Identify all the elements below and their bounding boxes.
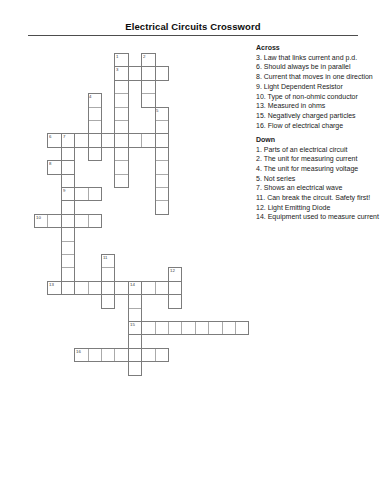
- clues-panel: Across 3. Law that links current and p.d…: [256, 43, 380, 222]
- crossword-cell[interactable]: [114, 174, 128, 188]
- crossword-cell[interactable]: [88, 348, 102, 362]
- across-clue: 6. Should always be in parallel: [256, 62, 380, 72]
- crossword-cell[interactable]: [61, 281, 75, 295]
- crossword-cell[interactable]: [155, 133, 169, 147]
- crossword-cell[interactable]: [141, 321, 155, 335]
- crossword-cell[interactable]: [74, 214, 88, 228]
- crossword-cell[interactable]: [155, 66, 169, 80]
- crossword-cell[interactable]: [61, 227, 75, 241]
- crossword-cell[interactable]: [155, 348, 169, 362]
- crossword-cell[interactable]: [128, 334, 142, 348]
- page-title: Electrical Circuits Crossword: [0, 21, 386, 32]
- worksheet-page: { "page": { "title": "Electrical Circuit…: [0, 0, 386, 500]
- crossword-cell[interactable]: [128, 308, 142, 322]
- title-underline: [28, 35, 358, 36]
- across-clues: 3. Law that links current and p.d.6. Sho…: [256, 53, 380, 131]
- crossword-cell[interactable]: [128, 348, 142, 362]
- across-clue: 9. Light Dependent Resistor: [256, 82, 380, 92]
- crossword-cell[interactable]: 16: [74, 348, 88, 362]
- crossword-cell[interactable]: [128, 133, 142, 147]
- crossword-cell[interactable]: 9: [61, 187, 75, 201]
- crossword-cell[interactable]: 14: [128, 281, 142, 295]
- crossword-cell[interactable]: [61, 241, 75, 255]
- cell-number: 7: [63, 134, 65, 138]
- down-clue: 14. Equipment used to measure current: [256, 212, 380, 222]
- crossword-cell[interactable]: 6: [47, 133, 61, 147]
- crossword-cell[interactable]: 15: [128, 321, 142, 335]
- crossword-cell[interactable]: [101, 133, 115, 147]
- crossword-cell[interactable]: [128, 294, 142, 308]
- down-clues: 1. Parts of an electrical circuit2. The …: [256, 145, 380, 223]
- crossword-cell[interactable]: [155, 147, 169, 161]
- down-clue: 7. Shows an electrical wave: [256, 183, 380, 193]
- across-clue: 8. Current that moves in one direction: [256, 72, 380, 82]
- cell-number: 10: [36, 215, 41, 219]
- cell-number: 8: [49, 161, 51, 165]
- crossword-cell[interactable]: [61, 147, 75, 161]
- crossword-cell[interactable]: [88, 147, 102, 161]
- down-heading: Down: [256, 135, 380, 145]
- crossword-cell[interactable]: 2: [141, 53, 155, 67]
- crossword-cell[interactable]: [101, 294, 115, 308]
- crossword-cell[interactable]: [74, 133, 88, 147]
- crossword-cell[interactable]: [114, 133, 128, 147]
- crossword-cell[interactable]: [141, 281, 155, 295]
- crossword-cell[interactable]: [128, 361, 142, 375]
- crossword-cell[interactable]: 7: [61, 133, 75, 147]
- crossword-cell[interactable]: [114, 281, 128, 295]
- crossword-cell[interactable]: [235, 321, 249, 335]
- cell-number: 13: [49, 282, 54, 286]
- cell-number: 16: [76, 349, 81, 353]
- cell-number: 4: [89, 94, 91, 98]
- crossword-cell[interactable]: [141, 66, 155, 80]
- crossword-cell[interactable]: [141, 348, 155, 362]
- crossword-cell[interactable]: [61, 267, 75, 281]
- crossword-cell[interactable]: [141, 133, 155, 147]
- crossword-cell[interactable]: [155, 200, 169, 214]
- crossword-cell[interactable]: [155, 160, 169, 174]
- crossword-cell[interactable]: 8: [47, 160, 61, 174]
- down-clue: 1. Parts of an electrical circuit: [256, 145, 380, 155]
- crossword-cell[interactable]: [168, 294, 182, 308]
- crossword-cell[interactable]: [181, 321, 195, 335]
- down-clue: 12. Light Emitting Diode: [256, 203, 380, 213]
- crossword-cell[interactable]: [155, 321, 169, 335]
- crossword-cell[interactable]: [88, 281, 102, 295]
- cell-number: 11: [103, 255, 107, 259]
- cell-number: 5: [156, 108, 158, 112]
- crossword-cell[interactable]: [195, 321, 209, 335]
- across-clue: 13. Measured in ohms: [256, 101, 380, 111]
- crossword-cell[interactable]: 4: [88, 93, 102, 107]
- crossword-cell[interactable]: [47, 214, 61, 228]
- crossword-cell[interactable]: [101, 281, 115, 295]
- across-clue: 3. Law that links current and p.d.: [256, 53, 380, 63]
- crossword-cell[interactable]: [61, 254, 75, 268]
- cell-number: 3: [116, 67, 118, 71]
- crossword-cell[interactable]: [61, 200, 75, 214]
- crossword-cell[interactable]: [114, 348, 128, 362]
- crossword-cell[interactable]: [61, 214, 75, 228]
- down-clue: 5. Not series: [256, 174, 380, 184]
- crossword-cell[interactable]: 3: [114, 66, 128, 80]
- cell-number: 1: [116, 54, 118, 58]
- crossword-cell[interactable]: [88, 133, 102, 147]
- crossword-cell[interactable]: [155, 281, 169, 295]
- crossword-cell[interactable]: 10: [34, 214, 48, 228]
- crossword-cell[interactable]: [101, 267, 115, 281]
- crossword-grid: 12345678910111213141516: [34, 53, 250, 376]
- crossword-cell[interactable]: [141, 80, 155, 94]
- across-clue: 10. Type of non-ohmic conductor: [256, 92, 380, 102]
- crossword-cell[interactable]: [61, 174, 75, 188]
- crossword-cell[interactable]: [88, 107, 102, 121]
- crossword-cell[interactable]: [168, 281, 182, 295]
- cell-number: 9: [63, 188, 65, 192]
- cell-number: 15: [130, 322, 135, 326]
- down-clue: 2. The unit for measuring current: [256, 154, 380, 164]
- cell-number: 12: [170, 268, 175, 272]
- crossword-cell[interactable]: 13: [47, 281, 61, 295]
- crossword-cell[interactable]: [141, 93, 155, 107]
- across-clue: 16. Flow of electrical charge: [256, 121, 380, 131]
- down-clue: 4. The unit for measuring voltage: [256, 164, 380, 174]
- crossword-cell[interactable]: [155, 187, 169, 201]
- crossword-cell[interactable]: [128, 66, 142, 80]
- crossword-cell[interactable]: [168, 321, 182, 335]
- crossword-cell[interactable]: [88, 214, 102, 228]
- crossword-cell[interactable]: [114, 107, 128, 121]
- down-clue: 11. Can break the circuit. Safety first!: [256, 193, 380, 203]
- cell-number: 6: [49, 134, 51, 138]
- cell-number: 2: [143, 54, 145, 58]
- crossword-cell[interactable]: [222, 321, 236, 335]
- crossword-cell[interactable]: [114, 120, 128, 134]
- crossword-cell[interactable]: [114, 147, 128, 161]
- crossword-cell[interactable]: [114, 160, 128, 174]
- cell-number: 14: [130, 282, 135, 286]
- crossword-cell[interactable]: [101, 348, 115, 362]
- crossword-cell[interactable]: [88, 187, 102, 201]
- across-clue: 15. Negatively charged particles: [256, 111, 380, 121]
- crossword-cell[interactable]: 5: [155, 107, 169, 121]
- crossword-cell[interactable]: 12: [168, 267, 182, 281]
- crossword-cell[interactable]: 1: [114, 53, 128, 67]
- crossword-cell[interactable]: [88, 120, 102, 134]
- crossword-cell[interactable]: [208, 321, 222, 335]
- crossword-cell[interactable]: [61, 160, 75, 174]
- crossword-cell[interactable]: [74, 281, 88, 295]
- crossword-cell[interactable]: [155, 120, 169, 134]
- crossword-cell[interactable]: 11: [101, 254, 115, 268]
- crossword-cell[interactable]: [114, 93, 128, 107]
- crossword-cell[interactable]: [114, 80, 128, 94]
- across-heading: Across: [256, 43, 380, 53]
- crossword-cell[interactable]: [74, 187, 88, 201]
- crossword-cell[interactable]: [155, 174, 169, 188]
